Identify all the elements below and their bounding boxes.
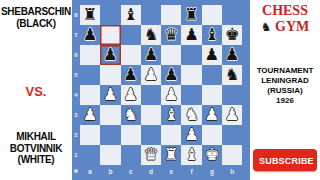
knight-icon: ♞	[261, 20, 272, 34]
black-pawn-a7: ♟	[80, 25, 100, 45]
black-king-h7: ♚	[222, 25, 242, 45]
white-player-name: MIKHAIL BOTVINNIK (WHITE)	[0, 131, 72, 166]
square-h2[interactable]	[222, 125, 242, 145]
black-player-color-label: (BLACK)	[16, 18, 56, 29]
white-knight-c3: ♞	[121, 105, 141, 125]
white-player-color-label: (WHITE)	[18, 154, 55, 165]
channel-logo-line2: GYM	[275, 19, 309, 34]
square-b5[interactable]	[100, 65, 120, 85]
square-f2[interactable]: ♟	[181, 125, 201, 145]
square-a5[interactable]	[80, 65, 100, 85]
square-g2[interactable]	[202, 125, 222, 145]
square-g3[interactable]: ♟	[202, 105, 222, 125]
black-pawn-g6: ♟	[202, 45, 222, 65]
black-rook-a8: ♜	[80, 5, 100, 25]
square-h6[interactable]: ♟	[222, 45, 242, 65]
square-h7[interactable]: ♚	[222, 25, 242, 45]
square-h5[interactable]: ♞	[222, 65, 242, 85]
white-rook-e1: ♜	[161, 145, 181, 165]
square-c5[interactable]: ♟	[121, 65, 141, 85]
vs-label: VS.	[0, 84, 72, 99]
square-h8[interactable]	[222, 5, 242, 25]
square-b2[interactable]	[100, 125, 120, 145]
chess-board: ♜♝♜♟♞♛♟♝♚♟♟♟♟♟♟♟♞♟♟♟♟♞♝♞♟♟♟♛♜♝♚	[80, 5, 242, 165]
square-a4[interactable]	[80, 85, 100, 105]
square-g1[interactable]: ♚	[202, 145, 222, 165]
square-e4[interactable]: ♟	[161, 85, 181, 105]
file-label-a: a	[80, 166, 100, 178]
tournament-line: TOURNAMENT	[250, 66, 320, 76]
square-g6[interactable]: ♟	[202, 45, 222, 65]
black-pawn-h6: ♟	[222, 45, 242, 65]
white-player-name-text: MIKHAIL BOTVINNIK	[10, 131, 62, 154]
black-pawn-f7: ♟	[181, 25, 201, 45]
square-e7[interactable]: ♛	[161, 25, 181, 45]
file-label-b: b	[100, 166, 120, 178]
white-pawn-d5: ♟	[141, 65, 161, 85]
black-bishop-g7: ♝	[202, 25, 222, 45]
rank-label-4: 4	[72, 85, 80, 105]
square-c3[interactable]: ♞	[121, 105, 141, 125]
black-pawn-b6: ♟	[100, 45, 120, 65]
square-a1[interactable]	[80, 145, 100, 165]
square-f3[interactable]: ♞	[181, 105, 201, 125]
square-b3[interactable]	[100, 105, 120, 125]
black-pawn-e5: ♟	[161, 65, 181, 85]
white-knight-f3: ♞	[181, 105, 201, 125]
black-rook-f8: ♜	[181, 5, 201, 25]
square-e5[interactable]: ♟	[161, 65, 181, 85]
square-c7[interactable]	[121, 25, 141, 45]
square-e8[interactable]	[161, 5, 181, 25]
left-player-panel: SHEBARSCHIN (BLACK) VS. MIKHAIL BOTVINNI…	[0, 0, 72, 180]
square-b7[interactable]	[100, 25, 120, 45]
square-f6[interactable]	[181, 45, 201, 65]
square-c2[interactable]	[121, 125, 141, 145]
white-pawn-b4: ♟	[100, 85, 120, 105]
file-label-e: e	[161, 166, 181, 178]
white-pawn-f2: ♟	[181, 125, 201, 145]
file-label-d: d	[141, 166, 161, 178]
square-b4[interactable]: ♟	[100, 85, 120, 105]
square-c4[interactable]: ♟	[121, 85, 141, 105]
white-king-g1: ♚	[202, 145, 222, 165]
rank-label-1: 1	[72, 145, 80, 165]
square-f7[interactable]: ♟	[181, 25, 201, 45]
square-e3[interactable]: ♝	[161, 105, 181, 125]
black-pawn-d6: ♟	[141, 45, 161, 65]
tournament-info: TOURNAMENT LENINGRAD (RUSSIA) 1926	[250, 66, 320, 106]
white-pawn-c4: ♟	[121, 85, 141, 105]
square-a7[interactable]: ♟	[80, 25, 100, 45]
file-label-f: f	[182, 166, 202, 178]
channel-logo: CHESS ♞ GYM	[250, 3, 320, 35]
square-d8[interactable]	[141, 5, 161, 25]
rank-label-8: 8	[72, 5, 80, 25]
square-g8[interactable]	[202, 5, 222, 25]
square-f5[interactable]	[181, 65, 201, 85]
white-bishop-e3: ♝	[161, 105, 181, 125]
white-bishop-f1: ♝	[181, 145, 201, 165]
square-h3[interactable]: ♟	[222, 105, 242, 125]
thumbnail-canvas: SHEBARSCHIN (BLACK) VS. MIKHAIL BOTVINNI…	[0, 0, 320, 180]
square-b1[interactable]	[100, 145, 120, 165]
square-d2[interactable]	[141, 125, 161, 145]
rank-label-3: 3	[72, 105, 80, 125]
square-g5[interactable]	[202, 65, 222, 85]
file-label-h: h	[222, 166, 242, 178]
square-f1[interactable]: ♝	[181, 145, 201, 165]
square-e2[interactable]	[161, 125, 181, 145]
square-d5[interactable]: ♟	[141, 65, 161, 85]
rank-label-2: 2	[72, 125, 80, 145]
square-e6[interactable]	[161, 45, 181, 65]
square-g4[interactable]	[202, 85, 222, 105]
rank-label-6: 6	[72, 45, 80, 65]
square-b6[interactable]: ♟	[100, 45, 120, 65]
white-queen-d1: ♛	[141, 145, 161, 165]
square-d3[interactable]	[141, 105, 161, 125]
square-f8[interactable]: ♜	[181, 5, 201, 25]
tournament-year: 1926	[250, 96, 320, 106]
square-c1[interactable]	[121, 145, 141, 165]
tournament-country: (RUSSIA)	[250, 86, 320, 96]
square-b8[interactable]	[100, 5, 120, 25]
black-player-name-text: SHEBARSCHIN	[1, 6, 71, 17]
square-d6[interactable]: ♟	[141, 45, 161, 65]
rank-label-5: 5	[72, 65, 80, 85]
black-knight-d7: ♞	[141, 25, 161, 45]
square-f4[interactable]	[181, 85, 201, 105]
black-bishop-c8: ♝	[121, 5, 141, 25]
white-pawn-e4: ♟	[161, 85, 181, 105]
tournament-city: LENINGRAD	[250, 76, 320, 86]
square-d4[interactable]	[141, 85, 161, 105]
square-c8[interactable]: ♝	[121, 5, 141, 25]
square-d7[interactable]: ♞	[141, 25, 161, 45]
file-label-g: g	[202, 166, 222, 178]
file-label-c: c	[121, 166, 141, 178]
black-pawn-c5: ♟	[121, 65, 141, 85]
board-corner-dot	[74, 169, 78, 173]
square-c6[interactable]	[121, 45, 141, 65]
square-h4[interactable]	[222, 85, 242, 105]
square-g7[interactable]: ♝	[202, 25, 222, 45]
right-info-panel: CHESS ♞ GYM TOURNAMENT LENINGRAD (RUSSIA…	[250, 0, 320, 180]
square-a3[interactable]: ♟	[80, 105, 100, 125]
channel-logo-line1: CHESS	[262, 3, 308, 18]
black-queen-e7: ♛	[161, 25, 181, 45]
square-a8[interactable]: ♜	[80, 5, 100, 25]
square-d1[interactable]: ♛	[141, 145, 161, 165]
subscribe-button[interactable]: SUBSCRIBE	[253, 149, 317, 171]
square-a6[interactable]	[80, 45, 100, 65]
black-knight-h5: ♞	[222, 65, 242, 85]
black-player-name: SHEBARSCHIN (BLACK)	[0, 6, 72, 29]
white-pawn-g3: ♟	[202, 105, 222, 125]
rank-label-7: 7	[72, 25, 80, 45]
square-a2[interactable]	[80, 125, 100, 145]
white-pawn-a3: ♟	[80, 105, 100, 125]
white-pawn-h3: ♟	[222, 105, 242, 125]
square-e1[interactable]: ♜	[161, 145, 181, 165]
square-h1[interactable]	[222, 145, 242, 165]
chess-board-widget: ♜♝♜♟♞♛♟♝♚♟♟♟♟♟♟♟♞♟♟♟♟♞♝♞♟♟♟♛♜♝♚ 87654321…	[72, 0, 250, 180]
